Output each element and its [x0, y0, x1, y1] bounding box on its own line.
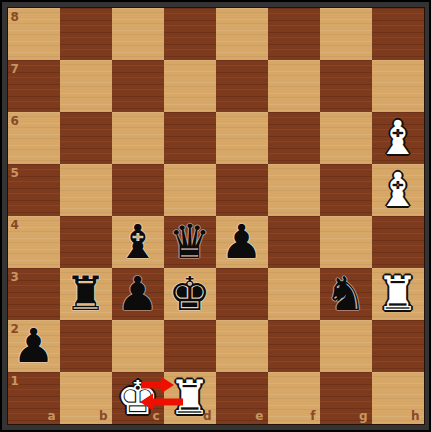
square-e1[interactable]: e — [216, 372, 268, 424]
square-e3[interactable] — [216, 268, 268, 320]
square-d2[interactable] — [164, 320, 216, 372]
piece-white-rook[interactable]: ♜ — [372, 268, 424, 320]
square-d4[interactable]: ♛ — [164, 216, 216, 268]
piece-black-rook[interactable]: ♜ — [60, 268, 112, 320]
file-label-a: a — [47, 409, 55, 423]
square-b2[interactable] — [60, 320, 112, 372]
piece-black-pawn[interactable]: ♟ — [8, 320, 60, 372]
square-e8[interactable] — [216, 8, 268, 60]
rank-label-5: 5 — [11, 166, 19, 180]
piece-white-bishop[interactable]: ♝ — [372, 112, 424, 164]
square-g7[interactable] — [320, 60, 372, 112]
square-a5[interactable]: 5 — [8, 164, 60, 216]
file-label-h: h — [411, 409, 420, 423]
square-f2[interactable] — [268, 320, 320, 372]
square-f8[interactable] — [268, 8, 320, 60]
piece-white-rook[interactable]: ♜ — [164, 372, 216, 424]
square-h1[interactable]: h — [372, 372, 424, 424]
square-f5[interactable] — [268, 164, 320, 216]
square-f3[interactable] — [268, 268, 320, 320]
square-g8[interactable] — [320, 8, 372, 60]
rank-label-8: 8 — [11, 10, 19, 24]
square-g2[interactable] — [320, 320, 372, 372]
chess-board: 876♝5♝4♝♛♟3♜♟♚♞♜2♟1abc♚d♜efgh — [8, 8, 424, 424]
piece-black-pawn[interactable]: ♟ — [216, 216, 268, 268]
square-d6[interactable] — [164, 112, 216, 164]
square-f4[interactable] — [268, 216, 320, 268]
piece-black-pawn[interactable]: ♟ — [112, 268, 164, 320]
square-b6[interactable] — [60, 112, 112, 164]
square-d5[interactable] — [164, 164, 216, 216]
square-g5[interactable] — [320, 164, 372, 216]
piece-white-king[interactable]: ♚ — [112, 372, 164, 424]
square-a3[interactable]: 3 — [8, 268, 60, 320]
square-a8[interactable]: 8 — [8, 8, 60, 60]
square-g3[interactable]: ♞ — [320, 268, 372, 320]
square-h6[interactable]: ♝ — [372, 112, 424, 164]
square-h3[interactable]: ♜ — [372, 268, 424, 320]
square-f6[interactable] — [268, 112, 320, 164]
file-label-b: b — [99, 409, 108, 423]
square-d3[interactable]: ♚ — [164, 268, 216, 320]
piece-white-bishop[interactable]: ♝ — [372, 164, 424, 216]
square-e5[interactable] — [216, 164, 268, 216]
square-c1[interactable]: c♚ — [112, 372, 164, 424]
piece-black-king[interactable]: ♚ — [164, 268, 216, 320]
square-f1[interactable]: f — [268, 372, 320, 424]
square-h5[interactable]: ♝ — [372, 164, 424, 216]
square-c5[interactable] — [112, 164, 164, 216]
square-h2[interactable] — [372, 320, 424, 372]
square-e4[interactable]: ♟ — [216, 216, 268, 268]
square-c3[interactable]: ♟ — [112, 268, 164, 320]
square-e6[interactable] — [216, 112, 268, 164]
square-a6[interactable]: 6 — [8, 112, 60, 164]
square-b5[interactable] — [60, 164, 112, 216]
square-g6[interactable] — [320, 112, 372, 164]
square-c4[interactable]: ♝ — [112, 216, 164, 268]
square-d8[interactable] — [164, 8, 216, 60]
file-label-g: g — [359, 409, 368, 423]
rank-label-3: 3 — [11, 270, 19, 284]
square-h8[interactable] — [372, 8, 424, 60]
square-c6[interactable] — [112, 112, 164, 164]
square-b1[interactable]: b — [60, 372, 112, 424]
square-g1[interactable]: g — [320, 372, 372, 424]
square-a2[interactable]: 2♟ — [8, 320, 60, 372]
square-e2[interactable] — [216, 320, 268, 372]
square-b3[interactable]: ♜ — [60, 268, 112, 320]
square-e7[interactable] — [216, 60, 268, 112]
square-h7[interactable] — [372, 60, 424, 112]
square-b7[interactable] — [60, 60, 112, 112]
square-d1[interactable]: d♜ — [164, 372, 216, 424]
square-c2[interactable] — [112, 320, 164, 372]
file-label-e: e — [255, 409, 263, 423]
piece-black-bishop[interactable]: ♝ — [112, 216, 164, 268]
file-label-f: f — [310, 409, 315, 423]
square-a7[interactable]: 7 — [8, 60, 60, 112]
square-h4[interactable] — [372, 216, 424, 268]
square-g4[interactable] — [320, 216, 372, 268]
square-b8[interactable] — [60, 8, 112, 60]
square-c8[interactable] — [112, 8, 164, 60]
rank-label-4: 4 — [11, 218, 19, 232]
square-f7[interactable] — [268, 60, 320, 112]
rank-label-6: 6 — [11, 114, 19, 128]
piece-black-queen[interactable]: ♛ — [164, 216, 216, 268]
square-c7[interactable] — [112, 60, 164, 112]
rank-label-1: 1 — [11, 374, 19, 388]
square-b4[interactable] — [60, 216, 112, 268]
chess-board-frame: 876♝5♝4♝♛♟3♜♟♚♞♜2♟1abc♚d♜efgh — [0, 0, 431, 432]
square-d7[interactable] — [164, 60, 216, 112]
square-a4[interactable]: 4 — [8, 216, 60, 268]
square-a1[interactable]: 1a — [8, 372, 60, 424]
rank-label-7: 7 — [11, 62, 19, 76]
piece-black-knight[interactable]: ♞ — [320, 268, 372, 320]
